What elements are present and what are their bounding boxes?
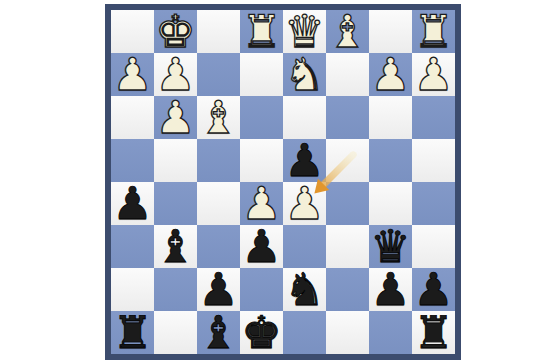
square-d7[interactable]: ♞ xyxy=(283,268,326,311)
square-g4[interactable] xyxy=(154,139,197,182)
square-a4[interactable] xyxy=(412,139,455,182)
white-bishop-piece[interactable]: ♝ xyxy=(197,96,240,139)
square-e7[interactable] xyxy=(240,268,283,311)
square-a5[interactable] xyxy=(412,182,455,225)
black-bishop-piece[interactable]: ♝ xyxy=(197,311,240,354)
square-a7[interactable]: ♟ xyxy=(412,268,455,311)
square-b8[interactable] xyxy=(369,311,412,354)
square-g8[interactable] xyxy=(154,311,197,354)
square-c1[interactable]: ♝ xyxy=(326,10,369,53)
square-f7[interactable]: ♟ xyxy=(197,268,240,311)
square-d2[interactable]: ♞ xyxy=(283,53,326,96)
black-knight-piece[interactable]: ♞ xyxy=(283,268,326,311)
square-c2[interactable] xyxy=(326,53,369,96)
square-g6[interactable]: ♝ xyxy=(154,225,197,268)
black-pawn-piece[interactable]: ♟ xyxy=(283,139,326,182)
white-knight-piece[interactable]: ♞ xyxy=(283,53,326,96)
black-pawn-piece[interactable]: ♟ xyxy=(197,268,240,311)
square-a8[interactable]: ♜ xyxy=(412,311,455,354)
square-h2[interactable]: ♟ xyxy=(111,53,154,96)
square-f5[interactable] xyxy=(197,182,240,225)
white-pawn-piece[interactable]: ♟ xyxy=(240,182,283,225)
square-b3[interactable] xyxy=(369,96,412,139)
square-d8[interactable] xyxy=(283,311,326,354)
square-e2[interactable] xyxy=(240,53,283,96)
white-pawn-piece[interactable]: ♟ xyxy=(154,96,197,139)
square-d3[interactable] xyxy=(283,96,326,139)
square-e5[interactable]: ♟ xyxy=(240,182,283,225)
square-c3[interactable] xyxy=(326,96,369,139)
square-f6[interactable] xyxy=(197,225,240,268)
page: ♚♜♛♝♜♟♟♞♟♟♟♝♟♟♟♟♝♟♛♟♞♟♟♜♝♚♜ xyxy=(0,0,540,360)
square-b1[interactable] xyxy=(369,10,412,53)
black-queen-piece[interactable]: ♛ xyxy=(369,225,412,268)
white-bishop-piece[interactable]: ♝ xyxy=(326,10,369,53)
square-c7[interactable] xyxy=(326,268,369,311)
square-h1[interactable] xyxy=(111,10,154,53)
square-b7[interactable]: ♟ xyxy=(369,268,412,311)
square-h6[interactable] xyxy=(111,225,154,268)
white-pawn-piece[interactable]: ♟ xyxy=(369,53,412,96)
square-c4[interactable] xyxy=(326,139,369,182)
square-h4[interactable] xyxy=(111,139,154,182)
chess-board: ♚♜♛♝♜♟♟♞♟♟♟♝♟♟♟♟♝♟♛♟♞♟♟♜♝♚♜ xyxy=(111,10,455,354)
white-pawn-piece[interactable]: ♟ xyxy=(283,182,326,225)
black-rook-piece[interactable]: ♜ xyxy=(412,311,455,354)
square-e6[interactable]: ♟ xyxy=(240,225,283,268)
square-a1[interactable]: ♜ xyxy=(412,10,455,53)
square-e3[interactable] xyxy=(240,96,283,139)
square-f1[interactable] xyxy=(197,10,240,53)
white-rook-piece[interactable]: ♜ xyxy=(412,10,455,53)
white-pawn-piece[interactable]: ♟ xyxy=(154,53,197,96)
square-d6[interactable] xyxy=(283,225,326,268)
square-b6[interactable]: ♛ xyxy=(369,225,412,268)
white-pawn-piece[interactable]: ♟ xyxy=(111,53,154,96)
square-b2[interactable]: ♟ xyxy=(369,53,412,96)
square-g3[interactable]: ♟ xyxy=(154,96,197,139)
white-rook-piece[interactable]: ♜ xyxy=(240,10,283,53)
square-d4[interactable]: ♟ xyxy=(283,139,326,182)
square-g2[interactable]: ♟ xyxy=(154,53,197,96)
square-h7[interactable] xyxy=(111,268,154,311)
square-d5[interactable]: ♟ xyxy=(283,182,326,225)
square-f8[interactable]: ♝ xyxy=(197,311,240,354)
black-pawn-piece[interactable]: ♟ xyxy=(369,268,412,311)
black-king-piece[interactable]: ♚ xyxy=(240,311,283,354)
square-b5[interactable] xyxy=(369,182,412,225)
square-h5[interactable]: ♟ xyxy=(111,182,154,225)
square-a3[interactable] xyxy=(412,96,455,139)
square-c8[interactable] xyxy=(326,311,369,354)
square-b4[interactable] xyxy=(369,139,412,182)
chess-board-frame: ♚♜♛♝♜♟♟♞♟♟♟♝♟♟♟♟♝♟♛♟♞♟♟♜♝♚♜ xyxy=(105,4,461,360)
square-f3[interactable]: ♝ xyxy=(197,96,240,139)
square-e1[interactable]: ♜ xyxy=(240,10,283,53)
white-king-piece[interactable]: ♚ xyxy=(154,10,197,53)
black-bishop-piece[interactable]: ♝ xyxy=(154,225,197,268)
square-f4[interactable] xyxy=(197,139,240,182)
white-queen-piece[interactable]: ♛ xyxy=(283,10,326,53)
square-h8[interactable]: ♜ xyxy=(111,311,154,354)
square-g1[interactable]: ♚ xyxy=(154,10,197,53)
square-g5[interactable] xyxy=(154,182,197,225)
square-e4[interactable] xyxy=(240,139,283,182)
black-pawn-piece[interactable]: ♟ xyxy=(111,182,154,225)
square-d1[interactable]: ♛ xyxy=(283,10,326,53)
black-pawn-piece[interactable]: ♟ xyxy=(412,268,455,311)
square-c5[interactable] xyxy=(326,182,369,225)
square-a2[interactable]: ♟ xyxy=(412,53,455,96)
square-h3[interactable] xyxy=(111,96,154,139)
square-e8[interactable]: ♚ xyxy=(240,311,283,354)
square-c6[interactable] xyxy=(326,225,369,268)
white-pawn-piece[interactable]: ♟ xyxy=(412,53,455,96)
square-g7[interactable] xyxy=(154,268,197,311)
square-f2[interactable] xyxy=(197,53,240,96)
black-pawn-piece[interactable]: ♟ xyxy=(240,225,283,268)
square-a6[interactable] xyxy=(412,225,455,268)
black-rook-piece[interactable]: ♜ xyxy=(111,311,154,354)
